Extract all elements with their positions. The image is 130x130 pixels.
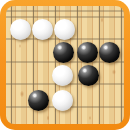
white-stone: ○ xyxy=(10,19,31,40)
board-cell xyxy=(12,62,34,85)
black-stone: ● xyxy=(77,42,98,63)
board-cell xyxy=(78,17,100,40)
white-stone: ○ xyxy=(52,65,73,86)
board-cell xyxy=(78,85,100,108)
screenshot-stage: ○○○●●●○●●○ xyxy=(0,0,130,130)
board-cell xyxy=(100,107,122,124)
board-cell xyxy=(34,107,56,124)
board-grid: ○○○●●●○●●○ xyxy=(12,17,122,124)
board-cell: ○ xyxy=(56,85,78,108)
white-stone: ○ xyxy=(54,19,75,40)
black-stone: ● xyxy=(99,42,120,63)
game-board: ○○○●●●○●●○ xyxy=(6,6,124,124)
board-cell: ● xyxy=(100,40,122,63)
board-cell xyxy=(100,62,122,85)
black-stone: ● xyxy=(78,65,99,86)
board-cell xyxy=(12,107,34,124)
board-cell xyxy=(78,107,100,124)
app-icon[interactable]: ○○○●●●○●●○ xyxy=(0,0,130,130)
white-stone: ○ xyxy=(32,19,53,40)
board-cell: ● xyxy=(56,40,78,63)
board-cell xyxy=(100,85,122,108)
board-cell xyxy=(100,17,122,40)
board-cell: ● xyxy=(78,62,100,85)
board-cell xyxy=(12,40,34,63)
board-cell: ○ xyxy=(56,17,78,40)
black-stone: ● xyxy=(53,42,74,63)
board-cell: ● xyxy=(78,40,100,63)
board-cell xyxy=(56,107,78,124)
board-cell: ○ xyxy=(56,62,78,85)
